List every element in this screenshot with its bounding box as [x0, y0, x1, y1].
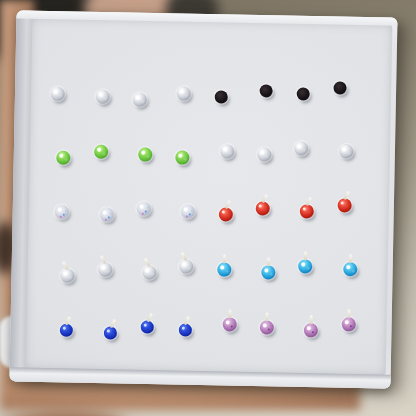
grid-cell	[161, 65, 203, 125]
earring-stud-red	[218, 208, 232, 222]
earring-stud-clear	[60, 269, 74, 283]
earring-stud-clear	[177, 87, 191, 101]
earring-stud-clear	[142, 265, 156, 279]
stud-grid	[40, 61, 371, 362]
grid-cell	[205, 181, 247, 241]
earring-stud-green	[56, 150, 70, 164]
grid-cell	[121, 66, 163, 126]
grid-cell	[329, 295, 371, 355]
grid-cell	[208, 298, 250, 358]
grid-cell	[85, 243, 127, 303]
earring-stud-red	[300, 205, 314, 219]
earring-stud-clear	[294, 141, 308, 155]
earring-stud-black	[296, 87, 309, 100]
grid-cell	[83, 184, 125, 244]
grid-cell	[125, 242, 167, 302]
earring-stud-ab	[55, 205, 69, 219]
grid-cell	[80, 67, 122, 127]
earring-stud-ab	[99, 208, 113, 222]
grid-cell	[287, 238, 329, 298]
grid-cell	[40, 68, 82, 128]
earring-stud-purple	[341, 317, 355, 331]
grid-cell	[327, 237, 369, 297]
earring-stud-clear	[339, 144, 353, 158]
earring-stud-purple	[260, 320, 274, 334]
earring-stud-aqua	[261, 265, 275, 279]
earring-stud-aqua	[217, 262, 231, 276]
earring-box	[9, 10, 397, 388]
earring-stud-clear	[133, 93, 147, 107]
grid-cell	[323, 61, 365, 121]
grid-cell	[163, 124, 205, 184]
earring-stud-aqua	[298, 259, 312, 273]
grid-cell	[124, 183, 166, 243]
grid-cell	[284, 120, 326, 180]
grid-cell	[43, 185, 85, 245]
grid-cell	[86, 302, 128, 362]
grid-cell	[206, 240, 248, 300]
earring-stud-purple	[222, 317, 236, 331]
earring-stud-red	[256, 202, 270, 216]
earring-stud-clear	[95, 90, 109, 104]
grid-cell	[288, 296, 330, 356]
earring-stud-clear	[98, 263, 112, 277]
grid-cell	[326, 178, 368, 238]
grid-cell	[282, 62, 324, 122]
earring-stud-black	[215, 90, 228, 103]
earring-stud-green	[138, 147, 152, 161]
grid-cell	[42, 127, 84, 187]
earring-stud-green	[175, 150, 189, 164]
grid-cell	[82, 126, 124, 186]
grid-cell	[167, 299, 209, 359]
grid-cell	[242, 63, 284, 123]
photo-scene	[0, 0, 416, 416]
earring-stud-blue	[141, 321, 154, 334]
earring-stud-clear	[257, 147, 271, 161]
earring-stud-black	[334, 81, 347, 94]
grid-cell	[127, 300, 169, 360]
earring-stud-clear	[51, 87, 65, 101]
grid-cell	[246, 239, 288, 299]
earring-stud-red	[337, 199, 351, 213]
grid-cell	[245, 180, 287, 240]
earring-stud-purple	[304, 323, 318, 337]
earring-stud-aqua	[343, 262, 357, 276]
earring-stud-blue	[59, 324, 72, 337]
foam-insert	[25, 18, 393, 376]
grid-cell	[164, 182, 206, 242]
earring-stud-ab	[136, 202, 150, 216]
grid-cell	[46, 303, 88, 363]
earring-stud-ab	[181, 205, 195, 219]
grid-cell	[203, 123, 245, 183]
grid-cell	[45, 244, 87, 304]
earring-stud-black	[259, 84, 272, 97]
earring-stud-blue	[104, 327, 117, 340]
grid-cell	[285, 179, 327, 239]
grid-cell	[166, 241, 208, 301]
grid-cell	[243, 122, 285, 182]
grid-cell	[324, 119, 366, 179]
earring-stud-clear	[179, 259, 193, 273]
earring-stud-clear	[220, 144, 234, 158]
grid-cell	[248, 297, 290, 357]
grid-cell	[201, 64, 243, 124]
knuckle-shading	[0, 410, 130, 416]
grid-cell	[122, 125, 164, 185]
earring-stud-green	[94, 144, 108, 158]
earring-stud-blue	[179, 324, 192, 337]
